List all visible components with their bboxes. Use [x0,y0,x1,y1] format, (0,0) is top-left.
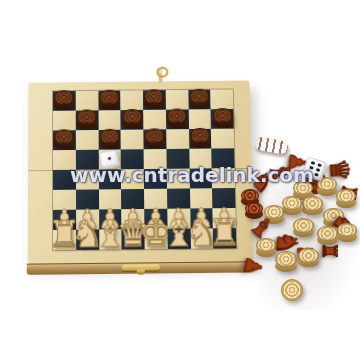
checker-dark [76,109,97,129]
checker-dark [54,90,75,110]
square-f8 [165,90,188,110]
square-h8 [210,89,233,109]
checker-dark [212,108,233,128]
square-b1: ♞ [76,230,99,250]
board-front-edge [27,261,255,275]
product-photo: ♟♟♟♟♟♟♟♟♜♞♝♛♚♝♞♜ ♟♝♞♚♛♜♞♝♞♟♜♟ www.cntrad… [0,0,360,360]
watermark: www.cntradelink.com [70,163,314,187]
square-b2: ♟ [76,209,99,229]
square-g2: ♟ [190,208,213,228]
checker-dark [121,109,142,129]
square-c3 [98,189,121,209]
checker-dark [99,129,120,149]
square-d1: ♛ [122,229,145,249]
clasp-hook [158,69,162,83]
square-f1: ♝ [167,229,190,249]
square-h3 [212,188,235,208]
square-e3 [144,189,167,209]
square-d8 [120,90,143,110]
checker-dark [189,89,210,109]
checker-dark [99,90,120,110]
square-a2: ♟ [53,210,76,230]
square-g1: ♞ [190,228,213,248]
square-d7 [121,110,144,130]
square-h1: ♜ [213,228,236,248]
square-a6 [53,130,76,150]
square-g6 [189,129,212,149]
square-b8 [75,91,98,111]
square-f3 [167,188,190,208]
square-c6 [98,130,121,150]
square-g3 [189,188,212,208]
square-c8 [98,91,121,111]
square-a7 [53,111,76,131]
checker-dark [144,128,165,148]
square-f6 [166,129,189,149]
square-c7 [98,110,121,130]
square-f2: ♟ [167,208,190,228]
square-g7 [188,109,211,129]
square-c2: ♟ [99,209,122,229]
square-h6 [211,129,234,149]
checker-dark [144,89,165,109]
square-c1: ♝ [99,229,122,249]
checker-dark [167,108,188,128]
square-e2: ♟ [144,209,167,229]
square-a8 [53,91,76,111]
square-b3 [76,189,99,209]
square-d3 [121,189,144,209]
square-d6 [121,130,144,150]
brass-latch [122,264,160,270]
square-e7 [143,110,166,130]
square-f7 [166,109,189,129]
square-e6 [143,129,166,149]
square-a3 [53,190,76,210]
square-e8 [143,90,166,110]
square-h2: ♟ [213,208,236,228]
square-g8 [188,90,211,110]
square-d2: ♟ [121,209,144,229]
checker-dark [189,128,210,148]
square-b6 [76,130,99,150]
checker-dark [54,129,75,149]
square-h7 [211,109,234,129]
square-b7 [76,110,99,130]
square-a1: ♜ [53,230,76,250]
square-e1: ♚ [144,229,167,249]
